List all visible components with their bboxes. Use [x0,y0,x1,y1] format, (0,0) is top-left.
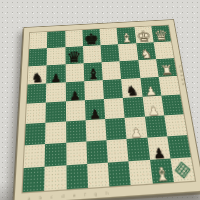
square-c3 [66,120,87,143]
square-b2 [45,143,66,167]
square-b3 [45,121,65,144]
square-d5 [84,80,104,100]
square-e2 [107,139,129,163]
square-f2 [127,138,150,162]
square-h1 [170,157,195,182]
square-d6: ♝ [83,62,102,81]
square-h8: ♛ [151,25,171,42]
square-f5: ♞ [121,78,142,98]
square-c8 [65,30,83,47]
square-d1 [87,163,109,188]
square-a4 [26,103,46,124]
square-c4 [65,100,85,121]
square-f8: ♝ [117,27,136,44]
square-e6 [102,61,122,80]
square-h7 [153,41,173,59]
square-c1 [66,164,88,189]
square-h2 [167,135,191,158]
square-f6 [120,60,140,79]
square-c2 [66,141,87,165]
square-d2 [86,140,108,164]
square-a3 [25,123,46,146]
square-a5 [27,83,47,103]
square-d7 [83,45,102,63]
square-c7: ♛ [65,46,83,64]
square-d4: ♟ [85,99,105,120]
square-h6: ♜ [156,58,177,77]
square-h3 [164,114,187,136]
square-c5: ♟ [65,81,84,101]
square-b6: ♟ [47,64,66,83]
square-b4 [46,101,66,122]
square-a1 [23,167,45,193]
square-b8 [47,31,65,48]
square-f4 [123,97,144,118]
square-e1 [108,161,131,186]
square-f1 [129,160,153,185]
square-h5 [158,76,180,96]
checkered-diamond-logo-icon [174,161,190,178]
square-a7 [28,48,47,66]
square-e4 [104,98,125,119]
white-bishop-g1: ♝ [153,165,170,184]
square-e8 [100,28,119,45]
board-grid: ♚♝♚♛♛♞♞♟♝♜♟♞♟♟♟♟♟♝ [23,25,195,192]
square-d3 [85,119,106,141]
square-e7 [101,44,120,62]
square-d8: ♚ [82,29,100,46]
square-b1 [44,165,66,190]
square-h4 [161,95,183,116]
square-f7 [118,43,138,61]
square-b5 [46,82,65,102]
square-a6: ♞ [28,65,47,84]
square-e3 [105,118,127,140]
chess-board: ♚♝♚♛♛♞♞♟♝♜♟♞♟♟♟♟♟♝ abcdefgh CHESS [13,19,200,200]
square-a8 [29,32,47,49]
square-a2 [24,144,46,168]
square-f3: ♟ [125,117,147,139]
square-b7 [47,47,65,65]
square-e5 [103,79,123,99]
square-c6 [65,63,84,82]
